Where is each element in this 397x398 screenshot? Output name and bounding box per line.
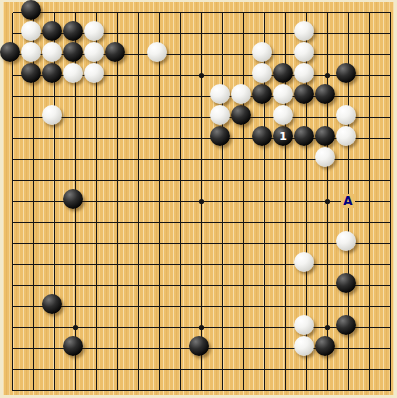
black-stone <box>294 84 314 104</box>
black-stone <box>63 42 83 62</box>
black-stone <box>105 42 125 62</box>
black-stone <box>294 126 314 146</box>
white-stone <box>84 42 104 62</box>
move-number-label: 1 <box>273 126 293 146</box>
go-board[interactable]: 1A <box>3 2 394 395</box>
white-stone <box>42 105 62 125</box>
white-stone <box>294 42 314 62</box>
black-stone <box>63 336 83 356</box>
white-stone <box>336 231 356 251</box>
white-stone <box>252 42 272 62</box>
white-stone <box>294 336 314 356</box>
white-stone <box>21 42 41 62</box>
white-stone <box>273 84 293 104</box>
black-stone <box>42 63 62 83</box>
black-stone <box>210 126 230 146</box>
black-stone <box>63 189 83 209</box>
white-stone <box>336 126 356 146</box>
black-stone <box>336 63 356 83</box>
white-stone <box>252 63 272 83</box>
white-stone <box>84 63 104 83</box>
black-stone <box>315 126 335 146</box>
black-stone <box>336 315 356 335</box>
white-stone <box>21 21 41 41</box>
white-stone <box>42 42 62 62</box>
black-stone <box>252 84 272 104</box>
black-stone <box>0 42 20 62</box>
white-stone <box>84 21 104 41</box>
black-stone <box>315 336 335 356</box>
white-stone <box>315 147 335 167</box>
black-stone <box>189 336 209 356</box>
white-stone <box>294 252 314 272</box>
black-stone <box>42 21 62 41</box>
letter-marker-a[interactable]: A <box>341 194 355 208</box>
black-stone <box>21 0 41 20</box>
white-stone <box>294 315 314 335</box>
white-stone <box>210 105 230 125</box>
black-stone <box>42 294 62 314</box>
black-stone <box>336 273 356 293</box>
white-stone <box>147 42 167 62</box>
white-stone <box>294 21 314 41</box>
white-stone <box>63 63 83 83</box>
black-stone <box>252 126 272 146</box>
black-stone <box>273 63 293 83</box>
black-stone <box>63 21 83 41</box>
white-stone <box>336 105 356 125</box>
white-stone <box>273 105 293 125</box>
black-stone <box>231 105 251 125</box>
white-stone <box>231 84 251 104</box>
white-stone <box>210 84 230 104</box>
black-stone <box>21 63 41 83</box>
white-stone <box>294 63 314 83</box>
black-stone <box>315 84 335 104</box>
